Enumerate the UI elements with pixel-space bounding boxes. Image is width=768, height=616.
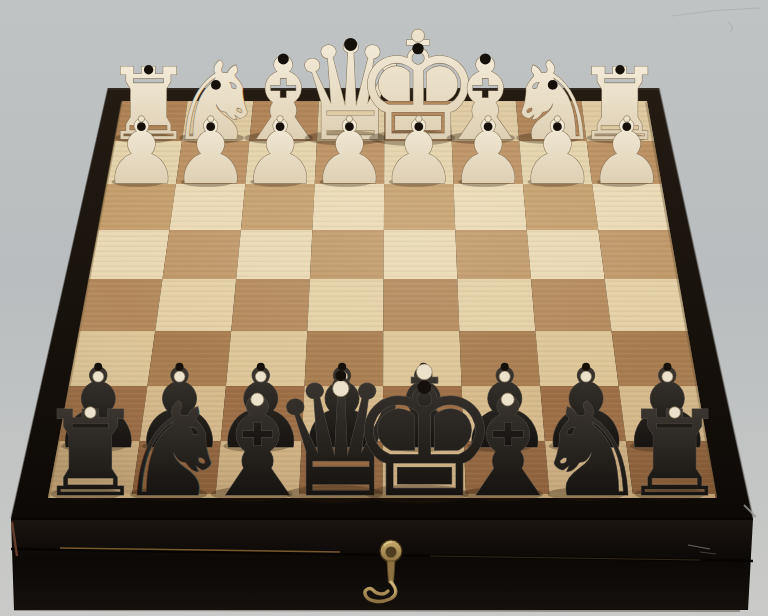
- piece-finial: [346, 116, 352, 122]
- piece-finial: [416, 116, 422, 122]
- piece-finial: [669, 407, 680, 418]
- scene: ♜♞♝♛♚♝♞♜♟♟♟♟♟♟♟♟♟♟♟♟♟♟♟♟♜♞♝♛♚♝♞♜: [0, 0, 768, 616]
- piece-finial: [553, 122, 562, 131]
- piece-finial: [663, 363, 671, 371]
- piece-finial: [206, 122, 215, 131]
- piece-finial: [251, 393, 264, 406]
- piece-finial: [554, 116, 560, 122]
- piece-finial: [138, 116, 144, 122]
- piece-finial: [622, 122, 631, 131]
- piece-finial: [412, 43, 423, 54]
- piece-finial: [480, 53, 491, 64]
- piece-finial: [615, 65, 624, 74]
- piece-finial: [94, 363, 102, 371]
- box-bottom-shadow: [14, 610, 740, 611]
- piece-finial: [333, 381, 349, 397]
- piece-finial: [335, 370, 346, 381]
- piece-finial: [276, 122, 285, 131]
- piece-finial: [411, 29, 424, 42]
- piece-finial: [501, 393, 514, 406]
- piece-finial: [208, 116, 214, 122]
- box-front: [11, 519, 753, 610]
- piece-finial: [144, 65, 153, 74]
- key-stem: [387, 561, 395, 583]
- piece-finial: [277, 116, 283, 122]
- piece-finial: [484, 122, 493, 131]
- piece-finial: [85, 407, 96, 418]
- piece-finial: [624, 116, 630, 122]
- piece-finial: [418, 380, 432, 394]
- piece-finial: [548, 80, 558, 90]
- piece-finial: [211, 80, 221, 90]
- piece-finial: [662, 371, 673, 382]
- piece-finial: [93, 371, 104, 382]
- piece-finial: [278, 53, 289, 64]
- piece-finial: [414, 122, 423, 131]
- piece-finial: [345, 122, 354, 131]
- piece-finial: [416, 364, 432, 380]
- piece-finial: [485, 116, 491, 122]
- piece-finial: [137, 122, 146, 131]
- chess-box-scene: ♜♞♝♛♚♝♞♜♟♟♟♟♟♟♟♟♟♟♟♟♟♟♟♟♜♞♝♛♚♝♞♜: [0, 0, 768, 616]
- piece-finial: [582, 363, 590, 371]
- keyhole: [386, 547, 397, 558]
- piece-black-rook-2[interactable]: ♜: [622, 385, 728, 523]
- piece-finial: [176, 363, 184, 371]
